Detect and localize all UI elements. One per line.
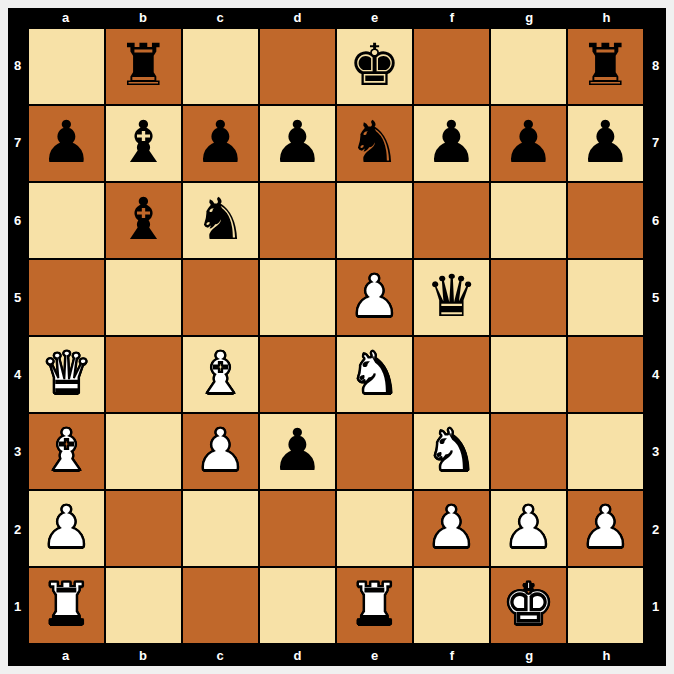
square-h3[interactable] xyxy=(568,414,643,489)
rank-label-1: 1 xyxy=(645,568,666,645)
rank-label-4: 4 xyxy=(645,336,666,413)
rank-label-6: 6 xyxy=(8,182,27,259)
file-label-d: d xyxy=(259,8,336,27)
file-label-a: a xyxy=(27,8,104,27)
file-labels-bottom: abcdefgh xyxy=(27,645,645,666)
square-g7[interactable]: ♟ xyxy=(491,106,566,181)
black-pawn: ♟ xyxy=(272,421,324,479)
square-h2[interactable]: ♟ xyxy=(568,491,643,566)
black-king: ♚ xyxy=(349,36,401,94)
square-e3[interactable] xyxy=(337,414,412,489)
black-pawn: ♟ xyxy=(195,113,247,171)
file-label-g: g xyxy=(491,8,568,27)
square-h7[interactable]: ♟ xyxy=(568,106,643,181)
black-pawn: ♟ xyxy=(503,113,555,171)
white-rook: ♜ xyxy=(41,575,93,633)
square-g8[interactable] xyxy=(491,29,566,104)
square-g3[interactable] xyxy=(491,414,566,489)
square-f5[interactable]: ♛ xyxy=(414,260,489,335)
file-label-c: c xyxy=(182,645,259,666)
black-rook: ♜ xyxy=(580,36,632,94)
square-c5[interactable] xyxy=(183,260,258,335)
square-b5[interactable] xyxy=(106,260,181,335)
square-f4[interactable] xyxy=(414,337,489,412)
white-knight: ♞ xyxy=(349,344,401,402)
white-bishop: ♝ xyxy=(195,344,247,402)
rank-label-5: 5 xyxy=(645,259,666,336)
file-label-g: g xyxy=(491,645,568,666)
square-e8[interactable]: ♚ xyxy=(337,29,412,104)
square-a6[interactable] xyxy=(29,183,104,258)
white-bishop: ♝ xyxy=(41,421,93,479)
rank-label-7: 7 xyxy=(645,104,666,181)
rank-label-7: 7 xyxy=(8,104,27,181)
square-a3[interactable]: ♝ xyxy=(29,414,104,489)
square-g6[interactable] xyxy=(491,183,566,258)
rank-label-8: 8 xyxy=(645,27,666,104)
square-f2[interactable]: ♟ xyxy=(414,491,489,566)
white-pawn: ♟ xyxy=(580,498,632,556)
square-b6[interactable]: ♝ xyxy=(106,183,181,258)
file-label-b: b xyxy=(104,645,181,666)
white-pawn: ♟ xyxy=(503,498,555,556)
square-e1[interactable]: ♜ xyxy=(337,568,412,643)
rank-label-3: 3 xyxy=(645,413,666,490)
square-b2[interactable] xyxy=(106,491,181,566)
file-label-h: h xyxy=(568,645,645,666)
rank-labels-right: 87654321 xyxy=(645,27,666,645)
black-knight: ♞ xyxy=(195,190,247,248)
white-pawn: ♟ xyxy=(349,267,401,325)
square-b4[interactable] xyxy=(106,337,181,412)
square-b1[interactable] xyxy=(106,568,181,643)
square-d7[interactable]: ♟ xyxy=(260,106,335,181)
square-c8[interactable] xyxy=(183,29,258,104)
square-d1[interactable] xyxy=(260,568,335,643)
file-label-c: c xyxy=(182,8,259,27)
square-a8[interactable] xyxy=(29,29,104,104)
rank-label-4: 4 xyxy=(8,336,27,413)
square-c4[interactable]: ♝ xyxy=(183,337,258,412)
square-c1[interactable] xyxy=(183,568,258,643)
rank-label-1: 1 xyxy=(8,568,27,645)
square-g5[interactable] xyxy=(491,260,566,335)
square-a5[interactable] xyxy=(29,260,104,335)
square-h1[interactable] xyxy=(568,568,643,643)
square-h4[interactable] xyxy=(568,337,643,412)
square-f7[interactable]: ♟ xyxy=(414,106,489,181)
file-label-f: f xyxy=(413,8,490,27)
white-pawn: ♟ xyxy=(41,498,93,556)
file-label-d: d xyxy=(259,645,336,666)
rank-labels-left: 87654321 xyxy=(8,27,27,645)
black-bishop: ♝ xyxy=(118,113,170,171)
square-h8[interactable]: ♜ xyxy=(568,29,643,104)
square-c2[interactable] xyxy=(183,491,258,566)
file-label-h: h xyxy=(568,8,645,27)
white-king: ♚ xyxy=(503,575,555,633)
square-b7[interactable]: ♝ xyxy=(106,106,181,181)
square-e5[interactable]: ♟ xyxy=(337,260,412,335)
square-a4[interactable]: ♛ xyxy=(29,337,104,412)
square-f6[interactable] xyxy=(414,183,489,258)
square-e2[interactable] xyxy=(337,491,412,566)
chessboard: ♜♚♜♟♝♟♟♞♟♟♟♝♞♟♛♛♝♞♝♟♟♞♟♟♟♟♜♜♚ xyxy=(27,27,645,645)
square-e6[interactable] xyxy=(337,183,412,258)
square-h6[interactable] xyxy=(568,183,643,258)
square-c3[interactable]: ♟ xyxy=(183,414,258,489)
black-pawn: ♟ xyxy=(272,113,324,171)
file-label-a: a xyxy=(27,645,104,666)
black-pawn: ♟ xyxy=(426,113,478,171)
square-c7[interactable]: ♟ xyxy=(183,106,258,181)
square-d8[interactable] xyxy=(260,29,335,104)
rank-label-2: 2 xyxy=(645,491,666,568)
rank-label-6: 6 xyxy=(645,182,666,259)
square-f3[interactable]: ♞ xyxy=(414,414,489,489)
square-f8[interactable] xyxy=(414,29,489,104)
black-queen: ♛ xyxy=(426,267,478,325)
square-h5[interactable] xyxy=(568,260,643,335)
rank-label-2: 2 xyxy=(8,491,27,568)
square-d5[interactable] xyxy=(260,260,335,335)
square-d2[interactable] xyxy=(260,491,335,566)
white-pawn: ♟ xyxy=(426,498,478,556)
black-rook: ♜ xyxy=(118,36,170,94)
black-bishop: ♝ xyxy=(118,190,170,248)
file-label-f: f xyxy=(413,645,490,666)
black-pawn: ♟ xyxy=(41,113,93,171)
black-knight: ♞ xyxy=(349,113,401,171)
white-pawn: ♟ xyxy=(195,421,247,479)
square-a7[interactable]: ♟ xyxy=(29,106,104,181)
square-g4[interactable] xyxy=(491,337,566,412)
square-c6[interactable]: ♞ xyxy=(183,183,258,258)
square-e4[interactable]: ♞ xyxy=(337,337,412,412)
white-knight: ♞ xyxy=(426,421,478,479)
file-labels-top: abcdefgh xyxy=(27,8,645,27)
square-b3[interactable] xyxy=(106,414,181,489)
file-label-b: b xyxy=(104,8,181,27)
rank-label-8: 8 xyxy=(8,27,27,104)
square-g2[interactable]: ♟ xyxy=(491,491,566,566)
square-f1[interactable] xyxy=(414,568,489,643)
file-label-e: e xyxy=(336,8,413,27)
rank-label-3: 3 xyxy=(8,413,27,490)
square-a1[interactable]: ♜ xyxy=(29,568,104,643)
rank-label-5: 5 xyxy=(8,259,27,336)
square-b8[interactable]: ♜ xyxy=(106,29,181,104)
white-queen: ♛ xyxy=(41,344,93,402)
square-g1[interactable]: ♚ xyxy=(491,568,566,643)
square-e7[interactable]: ♞ xyxy=(337,106,412,181)
white-rook: ♜ xyxy=(349,575,401,633)
square-a2[interactable]: ♟ xyxy=(29,491,104,566)
square-d4[interactable] xyxy=(260,337,335,412)
board-frame: abcdefgh 87654321 87654321 abcdefgh ♜♚♜♟… xyxy=(8,8,666,666)
square-d6[interactable] xyxy=(260,183,335,258)
file-label-e: e xyxy=(336,645,413,666)
square-d3[interactable]: ♟ xyxy=(260,414,335,489)
black-pawn: ♟ xyxy=(580,113,632,171)
